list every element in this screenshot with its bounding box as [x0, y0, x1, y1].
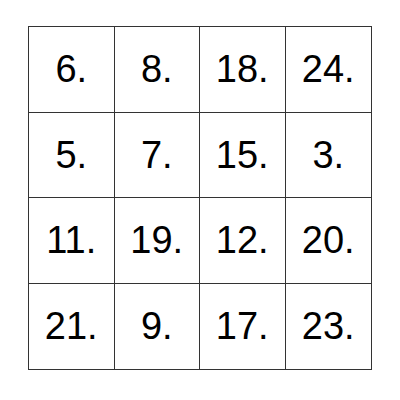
- bingo-board: 6. 8. 18. 24. 5. 7. 15. 3. 11. 19. 12. 2…: [28, 26, 372, 370]
- grid-cell[interactable]: 6.: [29, 27, 115, 113]
- grid-cell[interactable]: 24.: [286, 27, 372, 113]
- grid-cell[interactable]: 21.: [29, 284, 115, 370]
- grid-cell[interactable]: 9.: [115, 284, 201, 370]
- grid-cell[interactable]: 19.: [115, 198, 201, 284]
- grid-cell[interactable]: 5.: [29, 113, 115, 199]
- grid-cell[interactable]: 7.: [115, 113, 201, 199]
- grid-cell[interactable]: 17.: [200, 284, 286, 370]
- grid-cell[interactable]: 11.: [29, 198, 115, 284]
- grid-cell[interactable]: 12.: [200, 198, 286, 284]
- grid-cell[interactable]: 20.: [286, 198, 372, 284]
- bingo-card-page: 6. 8. 18. 24. 5. 7. 15. 3. 11. 19. 12. 2…: [0, 0, 400, 400]
- grid-cell[interactable]: 23.: [286, 284, 372, 370]
- grid-cell[interactable]: 3.: [286, 113, 372, 199]
- grid-cell[interactable]: 8.: [115, 27, 201, 113]
- grid-cell[interactable]: 18.: [200, 27, 286, 113]
- grid-cell[interactable]: 15.: [200, 113, 286, 199]
